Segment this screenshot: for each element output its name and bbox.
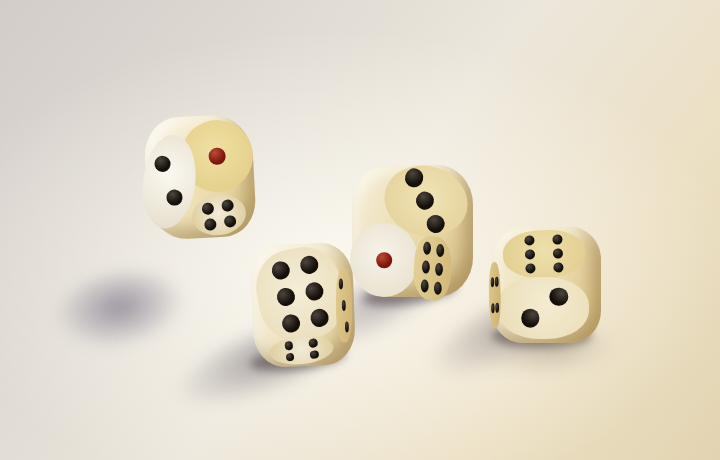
black-pip	[421, 278, 430, 292]
black-pip	[403, 167, 425, 189]
black-pip	[524, 235, 534, 245]
black-pip	[433, 281, 442, 295]
black-pip	[275, 286, 296, 307]
black-pip	[304, 281, 325, 302]
black-pip	[553, 262, 563, 272]
black-pip	[495, 276, 499, 287]
black-pip	[166, 189, 183, 206]
black-pip	[342, 300, 346, 312]
die-airborne	[143, 113, 257, 240]
black-pip	[423, 242, 432, 256]
die-right	[492, 227, 601, 343]
black-pip	[495, 303, 499, 314]
red-pip	[376, 252, 392, 268]
die-right-face-two	[497, 277, 589, 339]
black-pip	[549, 288, 568, 307]
die-front-left	[250, 242, 356, 367]
black-pip	[553, 248, 563, 258]
black-pip	[270, 260, 291, 281]
black-pip	[491, 277, 495, 288]
red-pip	[208, 147, 225, 164]
die-middle-face-one	[350, 223, 418, 297]
black-pip	[345, 321, 349, 333]
black-pip	[339, 278, 343, 290]
black-pip	[309, 307, 330, 328]
dice-photo-scene	[0, 0, 720, 460]
black-pip	[425, 213, 447, 235]
black-pip	[308, 339, 317, 348]
black-pip	[201, 202, 215, 216]
die-middle	[352, 165, 473, 297]
black-pip	[203, 218, 217, 232]
black-pip	[221, 199, 235, 213]
black-pip	[491, 303, 495, 314]
black-pip	[154, 155, 171, 172]
black-pip	[422, 260, 431, 274]
black-pip	[525, 263, 535, 273]
airborne-die-shadow	[48, 261, 191, 359]
black-pip	[436, 244, 445, 258]
black-pip	[521, 309, 540, 328]
black-pip	[224, 214, 238, 228]
black-pip	[310, 350, 319, 359]
black-pip	[284, 341, 293, 350]
black-pip	[281, 313, 302, 334]
black-pip	[525, 249, 535, 259]
die-front-left-face-three	[336, 267, 352, 344]
black-pip	[414, 190, 436, 212]
black-pip	[299, 255, 320, 276]
black-pip	[285, 352, 294, 361]
black-pip	[552, 234, 562, 244]
black-pip	[434, 262, 443, 276]
